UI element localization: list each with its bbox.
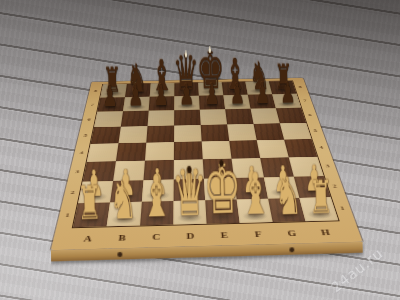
square-a4 xyxy=(87,143,119,162)
square-a5 xyxy=(91,127,121,144)
square-e7: ♟ xyxy=(199,95,225,110)
file-label-h: H xyxy=(307,226,344,240)
square-d6 xyxy=(174,110,201,126)
square-b1: ♞ xyxy=(107,202,142,227)
square-c5 xyxy=(146,126,174,143)
square-e1: ♚ xyxy=(205,199,240,223)
square-h1: ♜ xyxy=(299,197,338,221)
square-f1: ♝ xyxy=(237,199,273,223)
white-rook-a1: ♜ xyxy=(77,182,103,225)
square-a1: ♜ xyxy=(73,203,110,228)
square-a6 xyxy=(94,111,123,127)
latch-screw-icon xyxy=(289,247,294,252)
square-h4 xyxy=(284,139,317,157)
square-e5 xyxy=(201,124,230,141)
square-b4 xyxy=(116,143,146,162)
file-label-g: G xyxy=(274,226,311,240)
white-knight-b1: ♞ xyxy=(109,176,138,225)
square-g7: ♟ xyxy=(248,94,276,108)
square-c4 xyxy=(145,142,174,161)
white-bishop-f1: ♝ xyxy=(240,168,271,222)
square-d1: ♛ xyxy=(173,200,206,224)
square-g6 xyxy=(251,108,280,124)
square-b7: ♟ xyxy=(123,97,150,112)
light-finial-icon xyxy=(184,52,187,57)
square-g4 xyxy=(257,140,289,158)
white-knight-g1: ♞ xyxy=(274,172,302,220)
chess-board: ♜♞♝♛♚♝♞♜♟♟♟♟♟♟♟♟♟♟♟♟♟♟♟♟♜♞♝♛♚♝♞♜ ABCDEFG… xyxy=(51,78,363,250)
square-h6 xyxy=(276,108,306,124)
file-label-e: E xyxy=(207,228,242,242)
square-c1: ♝ xyxy=(140,201,173,225)
square-f5 xyxy=(227,124,257,141)
file-label-b: B xyxy=(104,231,140,245)
white-rook-h1: ♜ xyxy=(308,177,333,220)
square-h5 xyxy=(280,123,312,140)
file-label-a: A xyxy=(69,232,106,246)
black-pawn-f7: ♟ xyxy=(230,81,246,108)
black-pawn-c7: ♟ xyxy=(153,83,169,110)
square-a7: ♟ xyxy=(97,97,125,112)
black-pawn-g7: ♟ xyxy=(255,81,271,108)
square-g1: ♞ xyxy=(268,198,305,222)
black-pawn-b7: ♟ xyxy=(128,83,144,110)
perspective-scene: ♜♞♝♛♚♝♞♜♟♟♟♟♟♟♟♟♟♟♟♟♟♟♟♟♜♞♝♛♚♝♞♜ ABCDEFG… xyxy=(0,0,400,300)
board-grid: ♜♞♝♛♚♝♞♜♟♟♟♟♟♟♟♟♟♟♟♟♟♟♟♟♜♞♝♛♚♝♞♜ xyxy=(73,81,338,227)
white-king-e1: ♚ xyxy=(203,155,242,222)
photo-chess-set: ♜♞♝♛♚♝♞♜♟♟♟♟♟♟♟♟♟♟♟♟♟♟♟♟♜♞♝♛♚♝♞♜ ABCDEFG… xyxy=(0,0,400,300)
square-h7: ♟ xyxy=(272,94,301,108)
black-pawn-e7: ♟ xyxy=(204,82,220,109)
latch-screw-icon xyxy=(117,252,122,257)
square-e6 xyxy=(200,109,227,125)
light-finial-icon xyxy=(209,48,212,53)
square-f7: ♟ xyxy=(223,95,250,109)
file-label-d: D xyxy=(173,229,207,243)
square-d7: ♟ xyxy=(174,96,200,111)
white-bishop-c1: ♝ xyxy=(140,170,172,224)
square-b6 xyxy=(121,111,149,127)
square-c7: ♟ xyxy=(149,96,175,111)
dark-finial-icon xyxy=(187,165,191,172)
file-label-f: F xyxy=(240,227,276,241)
black-pawn-a7: ♟ xyxy=(102,84,118,111)
square-d5 xyxy=(174,125,202,142)
file-label-c: C xyxy=(139,230,174,244)
white-queen-d1: ♛ xyxy=(171,161,207,223)
black-pawn-d7: ♟ xyxy=(179,82,195,109)
square-b5 xyxy=(118,126,147,143)
square-f6 xyxy=(225,109,253,125)
dark-finial-icon xyxy=(220,160,224,167)
square-c6 xyxy=(148,110,175,126)
